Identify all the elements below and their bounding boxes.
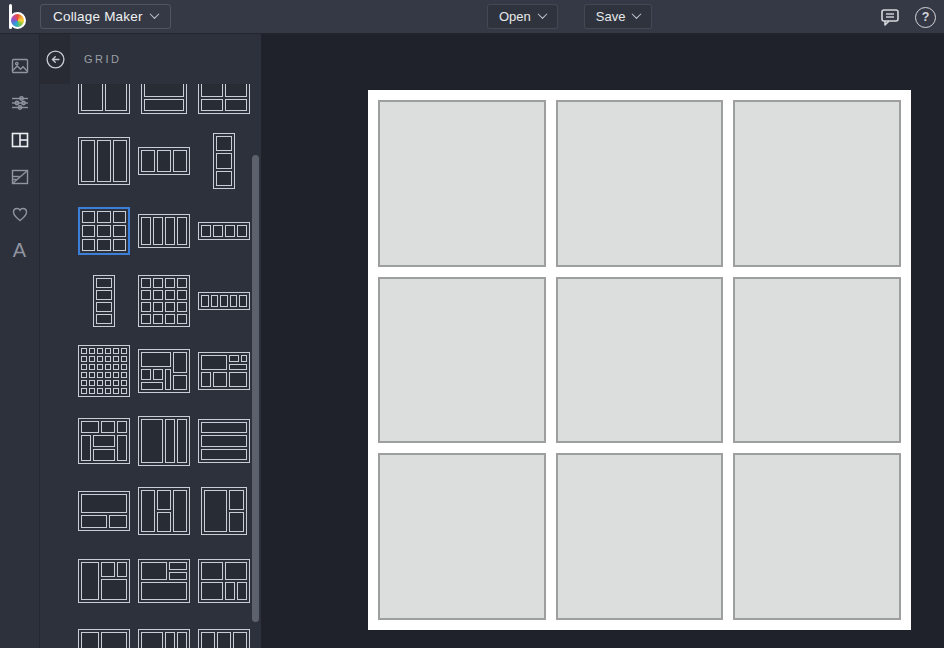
layout-cell	[81, 562, 99, 600]
workspace: A GRID	[0, 34, 944, 648]
grid-layout-thumbnail-selected[interactable]	[78, 207, 130, 255]
open-button-label: Open	[499, 9, 531, 24]
canvas-area	[261, 34, 944, 648]
texture-icon	[10, 167, 30, 187]
layout-cell	[141, 314, 151, 324]
layout-cell	[89, 364, 95, 370]
layout-cell	[173, 375, 187, 390]
layout-cell	[101, 632, 127, 648]
grid-layout-thumbnail[interactable]	[138, 487, 190, 535]
layout-cell	[141, 302, 151, 312]
layout-cell	[96, 302, 112, 312]
layout-cell	[105, 380, 111, 386]
grid-layout-thumbnail[interactable]	[93, 275, 115, 327]
layout-cell	[89, 372, 95, 378]
arrow-left-icon	[46, 50, 65, 69]
topbar-actions: Open Save	[487, 4, 652, 29]
layout-cell	[220, 295, 228, 307]
layout-cell	[97, 211, 110, 223]
grid-layout-thumbnail[interactable]	[198, 352, 250, 390]
chevron-down-icon	[537, 9, 547, 19]
layout-cell	[141, 290, 151, 300]
layout-cell	[113, 348, 119, 354]
layout-cell	[213, 225, 223, 237]
layout-cell	[201, 422, 247, 433]
layout-cell	[173, 150, 187, 172]
layout-cell	[141, 562, 167, 580]
grid-layout-thumbnail[interactable]	[138, 147, 190, 175]
layout-cell	[89, 356, 95, 362]
grid-layout-thumbnail[interactable]	[138, 559, 190, 603]
grid-layout-thumbnail[interactable]	[138, 416, 190, 466]
tool-rail: A	[0, 34, 40, 648]
grid-layout-thumbnail[interactable]	[198, 222, 250, 240]
grid-layout-thumbnail[interactable]	[198, 292, 250, 310]
grid-layout-thumbnail[interactable]	[198, 629, 250, 648]
back-button[interactable]	[40, 34, 70, 84]
layout-cell	[117, 421, 127, 433]
grid-layout-thumbnail[interactable]	[78, 84, 130, 114]
layout-cell	[169, 562, 187, 570]
layout-cell	[97, 348, 103, 354]
layout-cell	[233, 632, 247, 648]
photo-icon	[10, 56, 30, 76]
grid-layout-thumbnail[interactable]	[198, 84, 250, 114]
layout-cell	[169, 572, 187, 580]
layout-cell	[82, 211, 95, 223]
grid-layout-thumbnail[interactable]	[138, 629, 190, 648]
layout-cell	[157, 490, 171, 510]
layout-cell	[105, 388, 111, 394]
layout-cell	[113, 239, 126, 251]
grid-layout-thumbnail[interactable]	[138, 214, 190, 248]
grid-layout-thumbnail[interactable]	[198, 559, 250, 603]
layout-cell	[216, 153, 232, 168]
collage-board	[368, 90, 911, 630]
layout-cell	[81, 84, 103, 111]
layout-cell	[89, 388, 95, 394]
layout-cell	[177, 314, 187, 324]
layout-cell	[225, 99, 247, 111]
layout-cell	[141, 278, 151, 288]
grid-layout-thumbnail[interactable]	[138, 275, 190, 327]
layout-cell	[117, 562, 127, 577]
sidebar-item-textures[interactable]	[0, 158, 40, 195]
layout-cell	[229, 372, 247, 387]
layout-cell	[113, 388, 119, 394]
layout-cell	[165, 632, 175, 648]
layout-cell	[237, 582, 247, 600]
layout-cell	[81, 515, 107, 528]
layout-cell	[81, 372, 87, 378]
grid-layout-thumbnail[interactable]	[78, 418, 130, 464]
layout-cell	[229, 512, 245, 532]
collage-cell[interactable]	[378, 453, 546, 620]
collage-maker-app: Collage Maker Open Save	[0, 0, 944, 648]
layout-cell	[230, 295, 238, 307]
grid-layout-thumbnail[interactable]	[78, 559, 130, 603]
layout-cell	[121, 364, 127, 370]
layout-cell	[165, 290, 175, 300]
layout-cell	[82, 225, 95, 237]
chevron-down-icon	[149, 9, 159, 19]
layout-cell	[96, 290, 112, 300]
grid-layout-thumbnail[interactable]	[213, 133, 235, 189]
layout-cell	[165, 278, 175, 288]
collage-cell[interactable]	[733, 277, 901, 444]
chevron-down-icon	[632, 9, 642, 19]
save-button-label: Save	[596, 9, 626, 24]
layout-cell	[225, 582, 235, 600]
layout-cell	[211, 295, 219, 307]
layout-cell	[141, 382, 163, 390]
logo-rainbow-bowl	[9, 12, 26, 29]
layout-cell	[213, 372, 227, 387]
layout-cell	[177, 632, 187, 648]
layout-cell	[201, 99, 223, 111]
layout-cell	[153, 369, 163, 380]
layout-cell	[105, 364, 111, 370]
layout-cell	[81, 421, 99, 433]
layout-cell	[121, 356, 127, 362]
help-icon[interactable]: ?	[915, 7, 936, 28]
grid-layout-thumbnail[interactable]	[138, 349, 190, 393]
grid-layouts-panel: GRID	[40, 34, 261, 648]
layout-cell	[177, 290, 187, 300]
layout-cell	[177, 217, 187, 245]
layout-cell	[105, 84, 127, 111]
heart-icon	[10, 204, 30, 224]
layout-cell	[96, 278, 112, 288]
layout-cell	[96, 314, 112, 324]
layout-cell	[165, 419, 175, 463]
layout-cell	[237, 225, 247, 237]
layout-cell	[101, 421, 115, 433]
layout-cell	[177, 278, 187, 288]
layout-cell	[201, 225, 211, 237]
collage-cell[interactable]	[378, 277, 546, 444]
layout-cell	[173, 490, 187, 532]
layout-cell	[204, 490, 227, 532]
layout-cell	[81, 435, 91, 461]
layout-cell	[113, 356, 119, 362]
layout-cell	[141, 632, 163, 648]
topbar: Collage Maker Open Save	[0, 0, 944, 34]
layout-cell	[229, 355, 239, 362]
layout-cell	[217, 632, 231, 648]
layout-cell	[141, 582, 187, 600]
layout-cell	[121, 348, 127, 354]
collage-cell[interactable]	[378, 100, 546, 267]
collage-cell[interactable]	[556, 100, 724, 267]
layout-cell	[113, 211, 126, 223]
layout-cell	[225, 84, 247, 97]
collage-cell[interactable]	[733, 100, 901, 267]
layout-cell	[89, 380, 95, 386]
layout-cell	[97, 356, 103, 362]
layout-cell	[117, 435, 127, 461]
layout-cell	[82, 239, 95, 251]
layout-cell	[81, 348, 87, 354]
layout-cell	[144, 84, 184, 97]
help-glyph: ?	[922, 10, 930, 24]
app-title-dropdown[interactable]: Collage Maker	[40, 4, 171, 29]
layout-cell	[81, 140, 95, 182]
collage-cell[interactable]	[733, 453, 901, 620]
befunky-logo[interactable]	[6, 3, 32, 31]
layout-cell	[93, 449, 115, 461]
grid-layout-list	[40, 84, 261, 648]
layout-cell	[153, 217, 163, 245]
layout-cell	[153, 302, 163, 312]
panel-title: GRID	[84, 53, 122, 65]
letter-a-icon: A	[13, 239, 26, 262]
layout-cell	[201, 632, 215, 648]
layout-cell	[141, 419, 163, 463]
sliders-icon	[10, 93, 30, 113]
panel-header: GRID	[40, 34, 261, 84]
layout-cell	[201, 295, 209, 307]
layout-cell	[97, 364, 103, 370]
layout-cell	[113, 372, 119, 378]
layout-cell	[165, 369, 171, 390]
grid-layout-thumbnail[interactable]	[141, 84, 187, 114]
layout-cell	[113, 364, 119, 370]
layout-cell	[153, 278, 163, 288]
layout-cell	[81, 380, 87, 386]
layout-cell	[105, 372, 111, 378]
layout-cell	[229, 490, 245, 510]
layout-cell	[201, 355, 227, 370]
collage-cell[interactable]	[556, 277, 724, 444]
layout-cell	[81, 356, 87, 362]
layout-cell	[93, 435, 115, 447]
sidebar-item-edit[interactable]	[0, 84, 40, 121]
layout-cell	[81, 364, 87, 370]
grid-layout-thumbnail[interactable]	[78, 137, 130, 185]
layout-cell	[81, 388, 87, 394]
layout-cell	[141, 352, 171, 367]
layout-cell	[113, 225, 126, 237]
layout-cell	[201, 372, 211, 387]
panel-scrollbar[interactable]	[252, 155, 259, 622]
layout-cell	[105, 356, 111, 362]
open-button[interactable]: Open	[487, 4, 558, 29]
grid-layout-icon	[10, 130, 30, 150]
layout-cell	[225, 562, 247, 580]
grid-layout-thumbnail[interactable]	[78, 345, 130, 397]
sidebar-item-text[interactable]: A	[0, 232, 40, 269]
layout-cell	[121, 372, 127, 378]
layout-cell	[97, 225, 110, 237]
layout-cell	[201, 562, 223, 580]
layout-cell	[97, 380, 103, 386]
layout-cell	[141, 369, 151, 380]
layout-cell	[157, 150, 171, 172]
layout-cell	[97, 388, 103, 394]
layout-cell	[216, 136, 232, 151]
app-title: Collage Maker	[53, 9, 143, 24]
layout-cell	[113, 380, 119, 386]
collage-cell[interactable]	[556, 453, 724, 620]
layout-cell	[97, 372, 103, 378]
layout-cell	[105, 348, 111, 354]
layout-cell	[165, 217, 175, 245]
layout-cell	[101, 579, 127, 600]
layout-cell	[173, 352, 187, 373]
layout-cell	[229, 364, 247, 371]
layout-cell	[101, 562, 115, 577]
layout-cell	[109, 515, 127, 528]
layout-cell	[141, 490, 155, 532]
grid-layout-thumbnail[interactable]	[198, 419, 250, 463]
sidebar-item-graphics[interactable]	[0, 195, 40, 232]
layout-cell	[144, 99, 184, 111]
sidebar-item-layouts[interactable]	[0, 121, 40, 158]
layout-cell	[216, 171, 232, 186]
layout-cell	[97, 140, 111, 182]
layout-cell	[165, 302, 175, 312]
layout-cell	[141, 150, 155, 172]
layout-cell	[153, 290, 163, 300]
grid-layout-thumbnail[interactable]	[78, 629, 130, 648]
layout-cell	[157, 512, 171, 532]
layout-cell	[225, 225, 235, 237]
feedback-comment-icon[interactable]	[879, 7, 901, 27]
layout-cell	[241, 355, 247, 362]
layout-cell	[141, 217, 151, 245]
layout-cell	[165, 314, 175, 324]
layout-cell	[121, 380, 127, 386]
layout-cell	[201, 582, 223, 600]
layout-cell	[201, 435, 247, 446]
sidebar-item-image-manager[interactable]	[0, 47, 40, 84]
layout-cell	[81, 632, 99, 648]
grid-layout-thumbnail[interactable]	[201, 487, 247, 535]
topbar-right: ?	[879, 0, 936, 34]
layout-cell	[177, 419, 187, 463]
layout-cell	[81, 494, 127, 513]
save-button[interactable]: Save	[584, 4, 653, 29]
layout-cell	[153, 314, 163, 324]
layout-cell	[177, 302, 187, 312]
layout-cell	[201, 84, 223, 97]
grid-layout-thumbnail[interactable]	[78, 491, 130, 531]
layout-cell	[113, 140, 127, 182]
layout-cell	[239, 295, 247, 307]
layout-cell	[89, 348, 95, 354]
layout-cell	[97, 239, 110, 251]
layout-cell	[121, 388, 127, 394]
layout-cell	[201, 449, 247, 460]
